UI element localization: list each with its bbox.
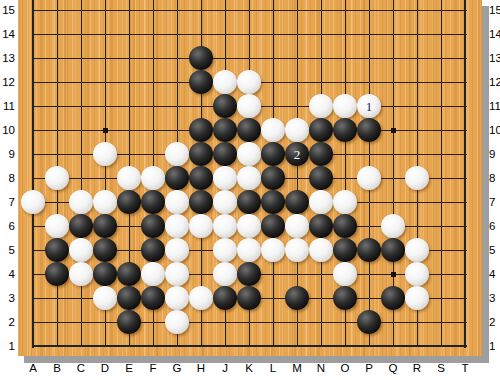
- stone-white-K11[interactable]: [237, 94, 261, 118]
- stone-white-D3[interactable]: [93, 286, 117, 310]
- stone-black-E7[interactable]: [117, 190, 141, 214]
- stone-white-K9[interactable]: [237, 142, 261, 166]
- col-label-G: G: [173, 363, 182, 375]
- row-label-right-8: 8: [489, 173, 495, 185]
- grid-line-vertical: [464, 0, 466, 348]
- stone-black-E2[interactable]: [117, 310, 141, 334]
- stone-black-Q5[interactable]: [381, 238, 405, 262]
- row-label-left-1: 1: [0, 341, 15, 353]
- stone-black-O6[interactable]: [333, 214, 357, 238]
- stone-black-H8[interactable]: [189, 166, 213, 190]
- stone-black-N9[interactable]: [309, 142, 333, 166]
- stone-white-P11[interactable]: 1: [357, 94, 381, 118]
- stone-black-L8[interactable]: [261, 166, 285, 190]
- stone-white-M5[interactable]: [285, 238, 309, 262]
- row-label-right-15: 15: [489, 5, 500, 17]
- stone-white-A7[interactable]: [21, 190, 45, 214]
- stone-white-R5[interactable]: [405, 238, 429, 262]
- row-label-left-5: 5: [0, 245, 15, 257]
- grid-line-vertical: [441, 0, 442, 347]
- stone-white-F8[interactable]: [141, 166, 165, 190]
- stone-black-E4[interactable]: [117, 262, 141, 286]
- row-label-right-7: 7: [489, 197, 495, 209]
- col-label-P: P: [365, 363, 373, 375]
- stone-white-N5[interactable]: [309, 238, 333, 262]
- col-label-K: K: [245, 363, 253, 375]
- col-label-H: H: [197, 363, 205, 375]
- grid-line-horizontal: [32, 10, 467, 11]
- stone-black-D5[interactable]: [93, 238, 117, 262]
- stone-black-L7[interactable]: [261, 190, 285, 214]
- row-label-right-4: 4: [489, 269, 495, 281]
- stone-white-D9[interactable]: [93, 142, 117, 166]
- col-label-N: N: [317, 363, 325, 375]
- stone-white-K5[interactable]: [237, 238, 261, 262]
- stone-black-P2[interactable]: [357, 310, 381, 334]
- row-label-right-14: 14: [489, 29, 500, 41]
- col-label-L: L: [270, 363, 276, 375]
- row-label-right-13: 13: [489, 53, 500, 65]
- stone-black-H10[interactable]: [189, 118, 213, 142]
- row-label-right-1: 1: [489, 341, 495, 353]
- stone-black-J11[interactable]: [213, 94, 237, 118]
- row-label-left-11: 11: [0, 101, 15, 113]
- grid-line-horizontal: [32, 322, 467, 323]
- row-label-left-7: 7: [0, 197, 15, 209]
- stone-white-L5[interactable]: [261, 238, 285, 262]
- stone-white-E8[interactable]: [117, 166, 141, 190]
- grid-line-horizontal: [32, 58, 467, 59]
- row-label-right-10: 10: [489, 125, 500, 137]
- stone-black-H7[interactable]: [189, 190, 213, 214]
- stone-white-R4[interactable]: [405, 262, 429, 286]
- stone-black-K3[interactable]: [237, 286, 261, 310]
- row-label-left-9: 9: [0, 149, 15, 161]
- stone-black-B5[interactable]: [45, 238, 69, 262]
- stone-white-J6[interactable]: [213, 214, 237, 238]
- stone-black-G8[interactable]: [165, 166, 189, 190]
- stone-black-L9[interactable]: [261, 142, 285, 166]
- stone-white-P8[interactable]: [357, 166, 381, 190]
- col-label-Q: Q: [389, 363, 398, 375]
- col-label-B: B: [53, 363, 61, 375]
- stone-black-F7[interactable]: [141, 190, 165, 214]
- star-point-D10: [103, 128, 108, 133]
- stone-white-B6[interactable]: [45, 214, 69, 238]
- stone-white-G9[interactable]: [165, 142, 189, 166]
- row-label-left-15: 15: [0, 5, 15, 17]
- col-label-S: S: [437, 363, 445, 375]
- row-label-left-12: 12: [0, 77, 15, 89]
- stone-white-G5[interactable]: [165, 238, 189, 262]
- grid-line-vertical: [32, 0, 34, 348]
- stone-black-Q3[interactable]: [381, 286, 405, 310]
- stone-white-K12[interactable]: [237, 70, 261, 94]
- stone-black-P10[interactable]: [357, 118, 381, 142]
- col-label-J: J: [222, 363, 228, 375]
- row-label-left-3: 3: [0, 293, 15, 305]
- stone-black-K4[interactable]: [237, 262, 261, 286]
- stone-white-N7[interactable]: [309, 190, 333, 214]
- row-label-left-10: 10: [0, 125, 15, 137]
- grid-line-vertical: [81, 0, 82, 347]
- stone-black-F6[interactable]: [141, 214, 165, 238]
- col-label-F: F: [149, 363, 156, 375]
- stone-black-N10[interactable]: [309, 118, 333, 142]
- stone-white-G2[interactable]: [165, 310, 189, 334]
- col-label-M: M: [292, 363, 302, 375]
- stone-black-J9[interactable]: [213, 142, 237, 166]
- stone-white-O7[interactable]: [333, 190, 357, 214]
- stone-white-C5[interactable]: [69, 238, 93, 262]
- stone-white-C4[interactable]: [69, 262, 93, 286]
- stone-white-K8[interactable]: [237, 166, 261, 190]
- stone-black-C6[interactable]: [69, 214, 93, 238]
- col-label-C: C: [77, 363, 85, 375]
- stone-white-J4[interactable]: [213, 262, 237, 286]
- stone-black-K7[interactable]: [237, 190, 261, 214]
- move-number-1: 1: [366, 100, 373, 113]
- stone-white-J8[interactable]: [213, 166, 237, 190]
- stone-black-D4[interactable]: [93, 262, 117, 286]
- stone-black-K10[interactable]: [237, 118, 261, 142]
- stone-white-N11[interactable]: [309, 94, 333, 118]
- row-label-right-2: 2: [489, 317, 495, 329]
- row-label-right-11: 11: [489, 101, 500, 113]
- col-label-R: R: [413, 363, 421, 375]
- stone-black-H12[interactable]: [189, 70, 213, 94]
- stone-black-J3[interactable]: [213, 286, 237, 310]
- star-point-Q10: [391, 128, 396, 133]
- stone-black-M9[interactable]: 2: [285, 142, 309, 166]
- stone-black-M7[interactable]: [285, 190, 309, 214]
- row-label-right-5: 5: [489, 245, 495, 257]
- stone-white-R8[interactable]: [405, 166, 429, 190]
- row-label-left-8: 8: [0, 173, 15, 185]
- stone-black-L6[interactable]: [261, 214, 285, 238]
- stone-white-H6[interactable]: [189, 214, 213, 238]
- stone-white-G7[interactable]: [165, 190, 189, 214]
- stone-black-N6[interactable]: [309, 214, 333, 238]
- row-label-left-13: 13: [0, 53, 15, 65]
- col-label-D: D: [101, 363, 109, 375]
- stone-white-F4[interactable]: [141, 262, 165, 286]
- row-label-left-4: 4: [0, 269, 15, 281]
- stone-black-E3[interactable]: [117, 286, 141, 310]
- stone-black-N8[interactable]: [309, 166, 333, 190]
- stone-white-O4[interactable]: [333, 262, 357, 286]
- stone-white-O11[interactable]: [333, 94, 357, 118]
- stone-white-Q6[interactable]: [381, 214, 405, 238]
- row-label-left-14: 14: [0, 29, 15, 41]
- row-label-left-6: 6: [0, 221, 15, 233]
- grid-line-horizontal: [32, 345, 467, 347]
- row-label-right-12: 12: [489, 77, 500, 89]
- stone-white-G4[interactable]: [165, 262, 189, 286]
- stone-white-C7[interactable]: [69, 190, 93, 214]
- go-board-viewer: ABCDEFGHJKLMNOPQRST151413121110987654321…: [0, 0, 500, 380]
- stone-white-J7[interactable]: [213, 190, 237, 214]
- stone-black-O10[interactable]: [333, 118, 357, 142]
- stone-white-J12[interactable]: [213, 70, 237, 94]
- stone-white-G3[interactable]: [165, 286, 189, 310]
- stone-white-G6[interactable]: [165, 214, 189, 238]
- move-number-2: 2: [294, 148, 301, 161]
- stone-black-J10[interactable]: [213, 118, 237, 142]
- stone-black-O3[interactable]: [333, 286, 357, 310]
- stone-black-M3[interactable]: [285, 286, 309, 310]
- stone-white-D7[interactable]: [93, 190, 117, 214]
- col-label-E: E: [125, 363, 133, 375]
- stone-white-H3[interactable]: [189, 286, 213, 310]
- stone-white-R3[interactable]: [405, 286, 429, 310]
- stone-black-F5[interactable]: [141, 238, 165, 262]
- stone-black-P5[interactable]: [357, 238, 381, 262]
- row-label-right-6: 6: [489, 221, 495, 233]
- stone-white-K6[interactable]: [237, 214, 261, 238]
- stone-white-M10[interactable]: [285, 118, 309, 142]
- grid-line-horizontal: [32, 34, 467, 35]
- stone-black-B4[interactable]: [45, 262, 69, 286]
- stone-white-M6[interactable]: [285, 214, 309, 238]
- stone-black-D6[interactable]: [93, 214, 117, 238]
- stone-black-H9[interactable]: [189, 142, 213, 166]
- stone-white-B8[interactable]: [45, 166, 69, 190]
- stone-black-O5[interactable]: [333, 238, 357, 262]
- board-shadow-right: [482, 6, 489, 363]
- stone-white-L10[interactable]: [261, 118, 285, 142]
- stone-black-H13[interactable]: [189, 46, 213, 70]
- col-label-A: A: [29, 363, 37, 375]
- col-label-T: T: [461, 363, 468, 375]
- row-label-right-3: 3: [489, 293, 495, 305]
- row-label-left-2: 2: [0, 317, 15, 329]
- stone-black-F3[interactable]: [141, 286, 165, 310]
- col-label-O: O: [341, 363, 350, 375]
- star-point-Q4: [391, 272, 396, 277]
- row-label-right-9: 9: [489, 149, 495, 161]
- stone-white-J5[interactable]: [213, 238, 237, 262]
